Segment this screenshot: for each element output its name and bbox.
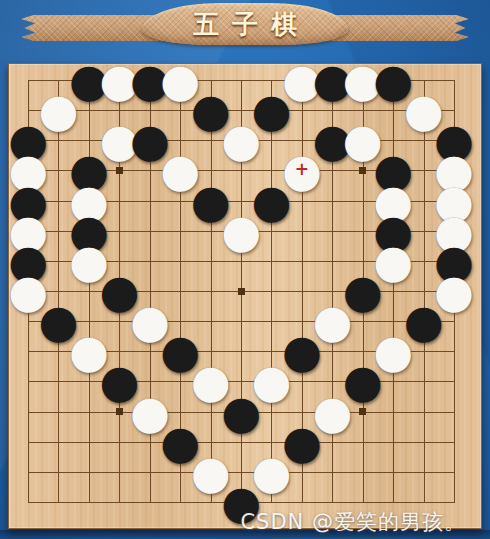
board-intersection[interactable] (226, 306, 256, 336)
board-intersection[interactable] (317, 216, 347, 246)
board-intersection[interactable]: ● (226, 216, 256, 246)
gomoku-board: ●●●●●●●●●●●●●●●●●●●●●●●+●●●●●●●●●●●●●●●●… (8, 63, 482, 529)
board-intersection[interactable] (439, 366, 469, 396)
page-title: 五子棋 (180, 7, 310, 42)
gomoku-app: 五子棋 ●●●●●●●●●●●●●●●●●●●●●●●+●●●●●●●●●●●●… (0, 0, 490, 539)
board-intersection[interactable] (13, 487, 43, 517)
board-intersection[interactable] (165, 246, 195, 276)
board-intersection[interactable] (43, 427, 73, 457)
board-intersection[interactable] (408, 457, 438, 487)
watermark-text: CSDN @爱笑的男孩。 (240, 508, 466, 536)
board-intersection[interactable] (13, 457, 43, 487)
board-intersection[interactable] (13, 427, 43, 457)
board-intersection[interactable] (13, 366, 43, 396)
board-intersection[interactable] (13, 396, 43, 426)
stones-layer: ●●●●●●●●●●●●●●●●●●●●●●●+●●●●●●●●●●●●●●●●… (13, 65, 469, 517)
board-intersection[interactable] (134, 216, 164, 246)
board-intersection[interactable] (408, 427, 438, 457)
last-move-marker-icon: + (295, 160, 309, 180)
board-intersection[interactable] (408, 396, 438, 426)
board-intersection[interactable] (347, 457, 377, 487)
white-stone: ● (221, 208, 261, 254)
board-intersection[interactable] (43, 457, 73, 487)
board-intersection[interactable] (195, 276, 225, 306)
board-intersection[interactable] (74, 427, 104, 457)
board-intersection[interactable] (439, 396, 469, 426)
title-banner: 五子棋 (0, 0, 490, 62)
board-intersection[interactable] (104, 487, 134, 517)
board-intersection[interactable] (74, 487, 104, 517)
ribbon-center-panel: 五子棋 (142, 3, 348, 45)
board-intersection[interactable] (43, 487, 73, 517)
board-intersection[interactable] (378, 457, 408, 487)
board-intersection[interactable] (74, 457, 104, 487)
board-intersection[interactable] (43, 396, 73, 426)
board-intersection[interactable] (226, 276, 256, 306)
board-intersection[interactable] (134, 487, 164, 517)
board-intersection[interactable]: ● (226, 125, 256, 155)
board-intersection[interactable] (104, 457, 134, 487)
white-stone: ● (221, 117, 261, 163)
black-stone: ● (221, 389, 261, 435)
board-intersection[interactable] (287, 246, 317, 276)
board-intersection[interactable] (378, 427, 408, 457)
board-intersection[interactable] (256, 276, 286, 306)
board-intersection[interactable] (439, 457, 469, 487)
board-intersection[interactable]: ● (226, 396, 256, 426)
board-intersection[interactable] (439, 427, 469, 457)
